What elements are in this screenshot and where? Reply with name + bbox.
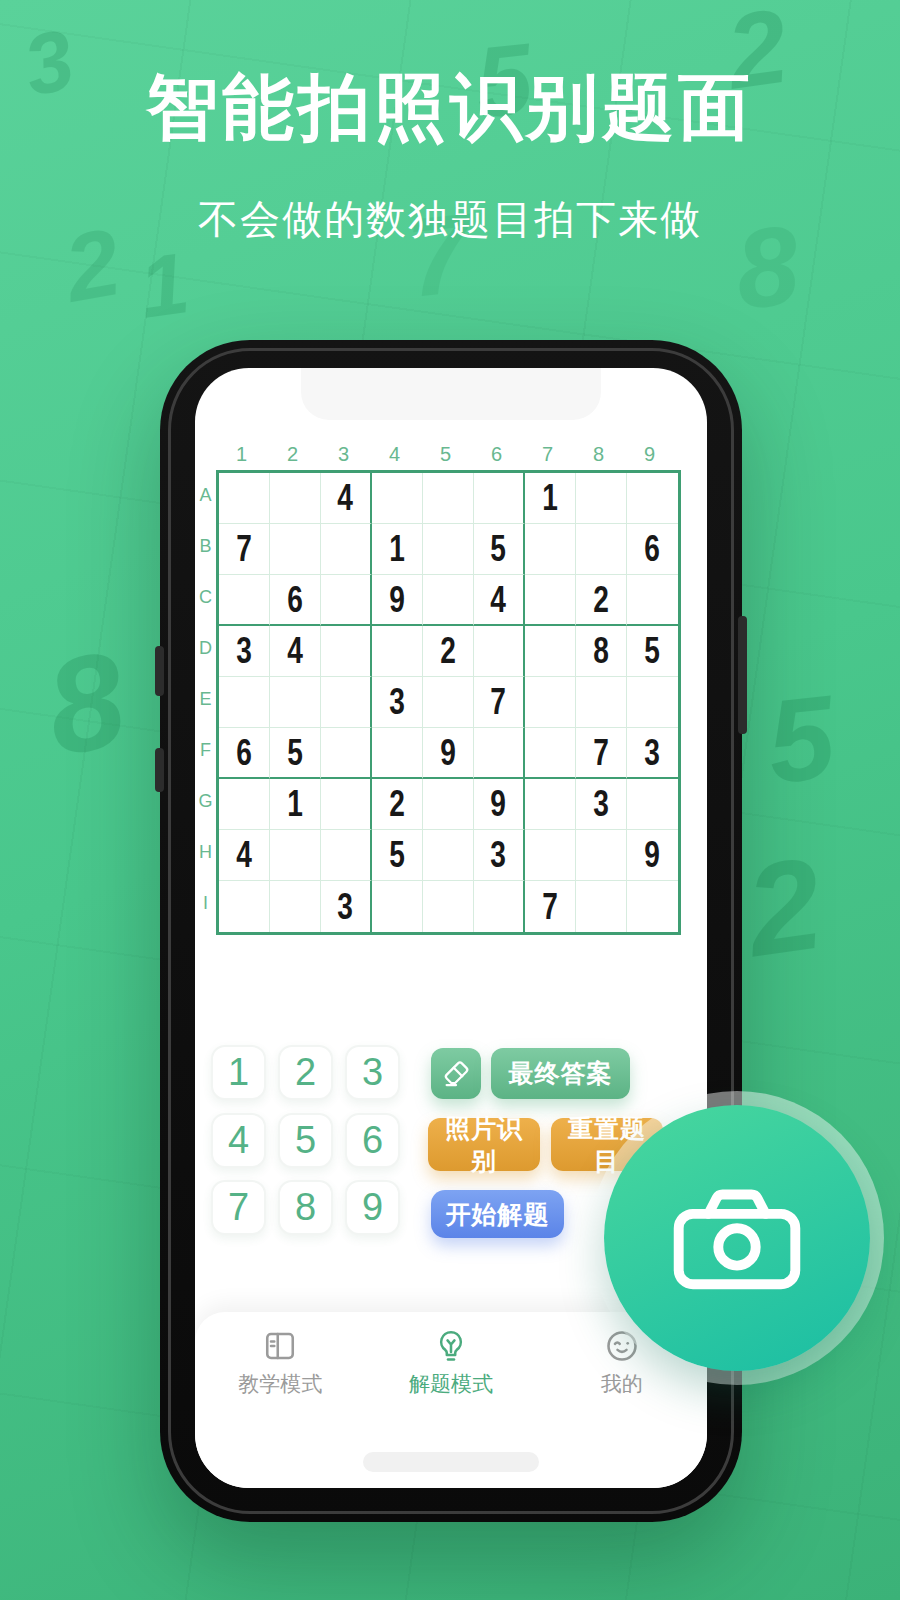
col-label-4: 4 — [369, 438, 420, 470]
cell-D2[interactable]: 4 — [270, 626, 321, 677]
keypad-9[interactable]: 9 — [345, 1180, 400, 1235]
background-number: 5 — [762, 677, 840, 801]
cell-G4[interactable]: 2 — [372, 779, 423, 830]
cell-G8[interactable]: 3 — [576, 779, 627, 830]
cell-G1[interactable] — [219, 779, 270, 830]
home-indicator[interactable] — [363, 1452, 539, 1472]
cell-G6[interactable]: 9 — [474, 779, 525, 830]
background-number: 1 — [134, 239, 193, 331]
cell-E9[interactable] — [627, 677, 678, 728]
keypad-6[interactable]: 6 — [345, 1113, 400, 1168]
cell-H2[interactable] — [270, 830, 321, 881]
cell-A5[interactable] — [423, 473, 474, 524]
cell-F6[interactable] — [474, 728, 525, 779]
cell-I8[interactable] — [576, 881, 627, 932]
cell-E1[interactable] — [219, 677, 270, 728]
camera-button[interactable] — [604, 1105, 870, 1371]
row-label-I: I — [195, 878, 216, 929]
cell-A1[interactable] — [219, 473, 270, 524]
cell-A7[interactable]: 1 — [525, 473, 576, 524]
cell-H7[interactable] — [525, 830, 576, 881]
book-icon — [262, 1328, 298, 1364]
cell-B8[interactable] — [576, 524, 627, 575]
phone-notch — [301, 368, 601, 420]
cell-I7[interactable]: 7 — [525, 881, 576, 932]
phone-power-button — [738, 616, 747, 734]
background-number: 8 — [37, 631, 134, 777]
col-label-3: 3 — [318, 438, 369, 470]
page-title: 智能拍照识别题面 — [0, 60, 900, 156]
cell-B9[interactable]: 6 — [627, 524, 678, 575]
cell-A6[interactable] — [474, 473, 525, 524]
cell-B5[interactable] — [423, 524, 474, 575]
cell-F2[interactable]: 5 — [270, 728, 321, 779]
cell-D8[interactable]: 8 — [576, 626, 627, 677]
cell-H4[interactable]: 5 — [372, 830, 423, 881]
cell-D9[interactable]: 5 — [627, 626, 678, 677]
phone-volume-up-button — [155, 646, 164, 696]
cell-E8[interactable] — [576, 677, 627, 728]
cell-D6[interactable] — [474, 626, 525, 677]
cell-D3[interactable] — [321, 626, 372, 677]
col-label-6: 6 — [471, 438, 522, 470]
final-answer-button[interactable]: 最终答案 — [491, 1048, 630, 1099]
cell-H8[interactable] — [576, 830, 627, 881]
cell-A9[interactable] — [627, 473, 678, 524]
start-solve-button[interactable]: 开始解题 — [431, 1190, 564, 1238]
cell-A8[interactable] — [576, 473, 627, 524]
cell-E2[interactable] — [270, 677, 321, 728]
cell-C2[interactable]: 6 — [270, 575, 321, 626]
keypad-7[interactable]: 7 — [211, 1180, 266, 1235]
keypad-8[interactable]: 8 — [278, 1180, 333, 1235]
row-label-B: B — [195, 521, 216, 572]
nav-label: 解题模式 — [409, 1370, 493, 1398]
cell-G7[interactable] — [525, 779, 576, 830]
col-label-9: 9 — [624, 438, 675, 470]
row-label-E: E — [195, 674, 216, 725]
cell-E6[interactable]: 7 — [474, 677, 525, 728]
cell-F3[interactable] — [321, 728, 372, 779]
row-label-C: C — [195, 572, 216, 623]
cell-C9[interactable] — [627, 575, 678, 626]
cell-D4[interactable] — [372, 626, 423, 677]
cell-B2[interactable] — [270, 524, 321, 575]
camera-icon — [671, 1181, 803, 1296]
cell-H9[interactable]: 9 — [627, 830, 678, 881]
cell-E4[interactable]: 3 — [372, 677, 423, 728]
cell-G3[interactable] — [321, 779, 372, 830]
row-label-D: D — [195, 623, 216, 674]
cell-I1[interactable] — [219, 881, 270, 932]
cell-G9[interactable] — [627, 779, 678, 830]
cell-F4[interactable] — [372, 728, 423, 779]
cell-F1[interactable]: 6 — [219, 728, 270, 779]
photo-recognize-button[interactable]: 照片识别 — [428, 1118, 540, 1171]
cell-B7[interactable] — [525, 524, 576, 575]
cell-E5[interactable] — [423, 677, 474, 728]
cell-A2[interactable] — [270, 473, 321, 524]
col-label-5: 5 — [420, 438, 471, 470]
cell-A3[interactable]: 4 — [321, 473, 372, 524]
cell-C7[interactable] — [525, 575, 576, 626]
eraser-button[interactable] — [431, 1048, 481, 1099]
nav-label: 教学模式 — [238, 1370, 322, 1398]
cell-F7[interactable] — [525, 728, 576, 779]
cell-C8[interactable]: 2 — [576, 575, 627, 626]
cell-F8[interactable]: 7 — [576, 728, 627, 779]
cell-E3[interactable] — [321, 677, 372, 728]
eraser-icon — [441, 1059, 471, 1089]
cell-C6[interactable]: 4 — [474, 575, 525, 626]
cell-C3[interactable] — [321, 575, 372, 626]
keypad-3[interactable]: 3 — [345, 1045, 400, 1100]
cell-A4[interactable] — [372, 473, 423, 524]
nav-teaching-mode[interactable]: 教学模式 — [195, 1328, 366, 1488]
cell-D7[interactable] — [525, 626, 576, 677]
cell-H5[interactable] — [423, 830, 474, 881]
row-label-G: G — [195, 776, 216, 827]
background-number: 2 — [739, 838, 829, 977]
column-labels: 123456789 — [216, 438, 681, 470]
cell-G2[interactable]: 1 — [270, 779, 321, 830]
cell-H3[interactable] — [321, 830, 372, 881]
row-label-A: A — [195, 470, 216, 521]
col-label-2: 2 — [267, 438, 318, 470]
cell-I6[interactable] — [474, 881, 525, 932]
col-label-1: 1 — [216, 438, 267, 470]
nav-label: 我的 — [601, 1370, 643, 1398]
cell-B3[interactable] — [321, 524, 372, 575]
page-subtitle: 不会做的数独题目拍下来做 — [0, 192, 900, 247]
cell-G5[interactable] — [423, 779, 474, 830]
cell-B4[interactable]: 1 — [372, 524, 423, 575]
col-label-8: 8 — [573, 438, 624, 470]
cell-I2[interactable] — [270, 881, 321, 932]
cell-F5[interactable]: 9 — [423, 728, 474, 779]
cell-I5[interactable] — [423, 881, 474, 932]
cell-F9[interactable]: 3 — [627, 728, 678, 779]
cell-I3[interactable]: 3 — [321, 881, 372, 932]
cell-I9[interactable] — [627, 881, 678, 932]
cell-B6[interactable]: 5 — [474, 524, 525, 575]
cell-I4[interactable] — [372, 881, 423, 932]
cell-D5[interactable]: 2 — [423, 626, 474, 677]
cell-E7[interactable] — [525, 677, 576, 728]
keypad-5[interactable]: 5 — [278, 1113, 333, 1168]
keypad-4[interactable]: 4 — [211, 1113, 266, 1168]
cell-H6[interactable]: 3 — [474, 830, 525, 881]
keypad-1[interactable]: 1 — [211, 1045, 266, 1100]
bulb-icon — [433, 1328, 469, 1364]
keypad-2[interactable]: 2 — [278, 1045, 333, 1100]
col-label-7: 7 — [522, 438, 573, 470]
cell-B1[interactable]: 7 — [219, 524, 270, 575]
cell-C1[interactable] — [219, 575, 270, 626]
sudoku-grid: 41715669423428537659731293453937 — [216, 470, 681, 935]
cell-D1[interactable]: 3 — [219, 626, 270, 677]
cell-H1[interactable]: 4 — [219, 830, 270, 881]
sudoku-board-area: 123456789 ABCDEFGHI 41715669423428537659… — [195, 438, 681, 935]
cell-C5[interactable] — [423, 575, 474, 626]
row-label-F: F — [195, 725, 216, 776]
row-labels: ABCDEFGHI — [195, 470, 216, 935]
row-label-H: H — [195, 827, 216, 878]
phone-volume-down-button — [155, 748, 164, 792]
cell-C4[interactable]: 9 — [372, 575, 423, 626]
